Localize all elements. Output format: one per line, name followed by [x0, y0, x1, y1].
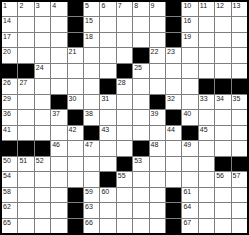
clue-number-43: 43 — [101, 126, 109, 134]
white-cell-r3c10[interactable] — [150, 33, 165, 47]
white-cell-r10c5[interactable] — [68, 141, 83, 155]
clue-number-60: 60 — [101, 188, 109, 196]
white-cell-r5c13[interactable] — [199, 64, 214, 78]
white-cell-r2c14[interactable] — [215, 17, 230, 31]
white-cell-r13c6[interactable]: 59 — [84, 188, 99, 202]
white-cell-r2c7[interactable] — [100, 17, 115, 31]
clue-number-3: 3 — [36, 2, 40, 10]
clue-number-32: 32 — [167, 95, 175, 103]
white-cell-r12c6[interactable] — [84, 172, 99, 186]
white-cell-r9c2[interactable] — [18, 126, 33, 140]
white-cell-r8c8[interactable] — [117, 110, 132, 124]
clue-number-49: 49 — [183, 141, 191, 149]
white-cell-r9c11[interactable]: 44 — [166, 126, 181, 140]
white-cell-r13c3[interactable] — [35, 188, 50, 202]
white-cell-r2c2[interactable] — [18, 17, 33, 31]
clue-number-25: 25 — [134, 64, 142, 72]
white-cell-r13c14[interactable] — [215, 188, 230, 202]
black-cell-r10c3 — [35, 141, 50, 155]
white-cell-r5c4[interactable] — [51, 64, 66, 78]
white-cell-r4c14[interactable] — [215, 48, 230, 62]
white-cell-r9c5[interactable]: 42 — [68, 126, 83, 140]
white-cell-r14c6[interactable]: 63 — [84, 203, 99, 217]
white-cell-r7c9[interactable] — [133, 95, 148, 109]
white-cell-r5c12[interactable] — [182, 64, 197, 78]
white-cell-r13c9[interactable] — [133, 188, 148, 202]
white-cell-r2c13[interactable] — [199, 17, 214, 31]
black-cell-r1c5 — [68, 2, 83, 16]
white-cell-r3c2[interactable] — [18, 33, 33, 47]
white-cell-r8c13[interactable] — [199, 110, 214, 124]
white-cell-r6c11[interactable] — [166, 79, 181, 93]
white-cell-r5c6[interactable] — [84, 64, 99, 78]
black-cell-r15c5 — [68, 219, 83, 233]
clue-number-39: 39 — [151, 110, 159, 118]
white-cell-r13c2[interactable] — [18, 188, 33, 202]
white-cell-r14c2[interactable] — [18, 203, 33, 217]
white-cell-r2c4[interactable] — [51, 17, 66, 31]
clue-number-61: 61 — [183, 188, 191, 196]
white-cell-r13c8[interactable] — [117, 188, 132, 202]
black-cell-r7c10 — [150, 95, 165, 109]
crossword-grid: 1234567891011121314151617181920212223242… — [0, 0, 249, 235]
clue-number-45: 45 — [200, 126, 208, 134]
black-cell-r5c2 — [18, 64, 33, 78]
white-cell-r4c7[interactable] — [100, 48, 115, 62]
white-cell-r7c13[interactable]: 33 — [199, 95, 214, 109]
clue-number-67: 67 — [183, 219, 191, 227]
white-cell-r1c15[interactable]: 13 — [232, 2, 247, 16]
white-cell-r3c12[interactable]: 19 — [182, 33, 197, 47]
black-cell-r2c11 — [166, 17, 181, 31]
clue-number-48: 48 — [151, 141, 159, 149]
white-cell-r10c8[interactable] — [117, 141, 132, 155]
white-cell-r8c14[interactable] — [215, 110, 230, 124]
white-cell-r9c9[interactable] — [133, 126, 148, 140]
clue-number-22: 22 — [151, 48, 159, 56]
white-cell-r5c10[interactable] — [150, 64, 165, 78]
clue-number-29: 29 — [3, 95, 11, 103]
white-cell-r6c9[interactable] — [133, 79, 148, 93]
white-cell-r4c15[interactable] — [232, 48, 247, 62]
white-cell-r14c12[interactable]: 64 — [182, 203, 197, 217]
white-cell-r12c11[interactable] — [166, 172, 181, 186]
clue-number-51: 51 — [19, 157, 27, 165]
black-cell-r1c11 — [166, 2, 181, 16]
white-cell-r4c6[interactable] — [84, 48, 99, 62]
white-cell-r10c12[interactable]: 49 — [182, 141, 197, 155]
clue-number-13: 13 — [233, 2, 241, 10]
white-cell-r14c1[interactable]: 62 — [2, 203, 17, 217]
clue-number-23: 23 — [167, 48, 175, 56]
white-cell-r7c2[interactable] — [18, 95, 33, 109]
clue-number-2: 2 — [19, 2, 23, 10]
white-cell-r13c1[interactable]: 58 — [2, 188, 17, 202]
white-cell-r10c4[interactable]: 46 — [51, 141, 66, 155]
clue-number-9: 9 — [151, 2, 155, 10]
white-cell-r10c6[interactable]: 47 — [84, 141, 99, 155]
clue-number-46: 46 — [52, 141, 60, 149]
white-cell-r2c8[interactable] — [117, 17, 132, 31]
black-cell-r4c9 — [133, 48, 148, 62]
white-cell-r8c6[interactable]: 38 — [84, 110, 99, 124]
white-cell-r8c10[interactable]: 39 — [150, 110, 165, 124]
clue-number-20: 20 — [3, 48, 11, 56]
clue-number-15: 15 — [85, 17, 93, 25]
white-cell-r7c7[interactable]: 31 — [100, 95, 115, 109]
white-cell-r2c6[interactable]: 15 — [84, 17, 99, 31]
white-cell-r4c13[interactable] — [199, 48, 214, 62]
black-cell-r3c11 — [166, 33, 181, 47]
white-cell-r15c14[interactable] — [215, 219, 230, 233]
white-cell-r11c5[interactable] — [68, 157, 83, 171]
white-cell-r1c13[interactable]: 11 — [199, 2, 214, 16]
white-cell-r14c10[interactable] — [150, 203, 165, 217]
white-cell-r11c1[interactable]: 50 — [2, 157, 17, 171]
white-cell-r8c1[interactable]: 36 — [2, 110, 17, 124]
clue-number-41: 41 — [3, 126, 11, 134]
white-cell-r7c1[interactable]: 29 — [2, 95, 17, 109]
clue-number-17: 17 — [3, 33, 11, 41]
white-cell-r3c15[interactable] — [232, 33, 247, 47]
clue-number-56: 56 — [216, 172, 224, 180]
white-cell-r15c13[interactable] — [199, 219, 214, 233]
white-cell-r12c9[interactable] — [133, 172, 148, 186]
white-cell-r4c3[interactable] — [35, 48, 50, 62]
white-cell-r10c7[interactable] — [100, 141, 115, 155]
clue-number-12: 12 — [216, 2, 224, 10]
white-cell-r2c15[interactable] — [232, 17, 247, 31]
white-cell-r3c7[interactable] — [100, 33, 115, 47]
white-cell-r12c14[interactable]: 56 — [215, 172, 230, 186]
white-cell-r15c2[interactable] — [18, 219, 33, 233]
clue-number-1: 1 — [3, 2, 7, 10]
white-cell-r11c9[interactable]: 53 — [133, 157, 148, 171]
white-cell-r4c1[interactable]: 20 — [2, 48, 17, 62]
white-cell-r7c5[interactable]: 30 — [68, 95, 83, 109]
white-cell-r9c13[interactable]: 45 — [199, 126, 214, 140]
white-cell-r8c4[interactable]: 37 — [51, 110, 66, 124]
white-cell-r1c12[interactable]: 10 — [182, 2, 197, 16]
clue-number-5: 5 — [85, 2, 89, 10]
clue-number-21: 21 — [69, 48, 77, 56]
white-cell-r11c6[interactable] — [84, 157, 99, 171]
clue-number-24: 24 — [36, 64, 44, 72]
black-cell-r9c6 — [84, 126, 99, 140]
white-cell-r12c5[interactable] — [68, 172, 83, 186]
white-cell-r15c8[interactable] — [117, 219, 132, 233]
black-cell-r14c5 — [68, 203, 83, 217]
clue-number-42: 42 — [69, 126, 77, 134]
white-cell-r2c9[interactable] — [133, 17, 148, 31]
white-cell-r8c7[interactable] — [100, 110, 115, 124]
white-cell-r3c4[interactable] — [51, 33, 66, 47]
white-cell-r6c6[interactable] — [84, 79, 99, 93]
black-cell-r9c12 — [182, 126, 197, 140]
white-cell-r7c11[interactable]: 32 — [166, 95, 181, 109]
clue-number-18: 18 — [85, 33, 93, 41]
white-cell-r6c8[interactable]: 28 — [117, 79, 132, 93]
clue-number-34: 34 — [216, 95, 224, 103]
black-cell-r5c1 — [2, 64, 17, 78]
black-cell-r11c14 — [215, 157, 230, 171]
black-cell-r6c7 — [100, 79, 115, 93]
white-cell-r14c3[interactable] — [35, 203, 50, 217]
black-cell-r12c7 — [100, 172, 115, 186]
white-cell-r6c2[interactable]: 27 — [18, 79, 33, 93]
white-cell-r8c15[interactable] — [232, 110, 247, 124]
white-cell-r5c15[interactable] — [232, 64, 247, 78]
clue-number-58: 58 — [3, 188, 11, 196]
white-cell-r4c4[interactable] — [51, 48, 66, 62]
white-cell-r5c14[interactable] — [215, 64, 230, 78]
white-cell-r10c14[interactable] — [215, 141, 230, 155]
clue-number-55: 55 — [118, 172, 126, 180]
white-cell-r4c5[interactable]: 21 — [68, 48, 83, 62]
white-cell-r5c9[interactable]: 25 — [133, 64, 148, 78]
white-cell-r12c2[interactable] — [18, 172, 33, 186]
white-cell-r12c4[interactable] — [51, 172, 66, 186]
white-cell-r13c13[interactable] — [199, 188, 214, 202]
white-cell-r2c10[interactable] — [150, 17, 165, 31]
clue-number-35: 35 — [233, 95, 241, 103]
white-cell-r14c13[interactable] — [199, 203, 214, 217]
white-cell-r8c9[interactable] — [133, 110, 148, 124]
white-cell-r15c10[interactable] — [150, 219, 165, 233]
white-cell-r13c15[interactable] — [232, 188, 247, 202]
white-cell-r9c3[interactable] — [35, 126, 50, 140]
white-cell-r7c12[interactable] — [182, 95, 197, 109]
clue-number-62: 62 — [3, 203, 11, 211]
black-cell-r11c8 — [117, 157, 132, 171]
white-cell-r6c5[interactable] — [68, 79, 83, 93]
clue-number-14: 14 — [3, 17, 11, 25]
white-cell-r1c1[interactable]: 1 — [2, 2, 17, 16]
white-cell-r11c4[interactable] — [51, 157, 66, 171]
white-cell-r1c6[interactable]: 5 — [84, 2, 99, 16]
white-cell-r13c7[interactable]: 60 — [100, 188, 115, 202]
black-cell-r6c14 — [215, 79, 230, 93]
white-cell-r8c3[interactable] — [35, 110, 50, 124]
white-cell-r3c13[interactable] — [199, 33, 214, 47]
clue-number-50: 50 — [3, 157, 11, 165]
clue-number-54: 54 — [3, 172, 11, 180]
white-cell-r14c8[interactable] — [117, 203, 132, 217]
white-cell-r4c11[interactable]: 23 — [166, 48, 181, 62]
white-cell-r8c2[interactable] — [18, 110, 33, 124]
white-cell-r3c3[interactable] — [35, 33, 50, 47]
black-cell-r14c11 — [166, 203, 181, 217]
black-cell-r7c4 — [51, 95, 66, 109]
white-cell-r1c2[interactable]: 2 — [18, 2, 33, 16]
clue-number-40: 40 — [183, 110, 191, 118]
white-cell-r10c13[interactable] — [199, 141, 214, 155]
white-cell-r6c3[interactable] — [35, 79, 50, 93]
white-cell-r7c6[interactable] — [84, 95, 99, 109]
white-cell-r12c12[interactable] — [182, 172, 197, 186]
white-cell-r5c7[interactable] — [100, 64, 115, 78]
clue-number-57: 57 — [233, 172, 241, 180]
clue-number-33: 33 — [200, 95, 208, 103]
clue-number-66: 66 — [85, 219, 93, 227]
clue-number-64: 64 — [183, 203, 191, 211]
black-cell-r8c11 — [166, 110, 181, 124]
black-cell-r15c11 — [166, 219, 181, 233]
white-cell-r4c8[interactable] — [117, 48, 132, 62]
white-cell-r15c12[interactable]: 67 — [182, 219, 197, 233]
white-cell-r11c11[interactable] — [166, 157, 181, 171]
white-cell-r12c15[interactable]: 57 — [232, 172, 247, 186]
white-cell-r6c10[interactable] — [150, 79, 165, 93]
white-cell-r14c15[interactable] — [232, 203, 247, 217]
clue-number-53: 53 — [134, 157, 142, 165]
white-cell-r12c13[interactable] — [199, 172, 214, 186]
white-cell-r9c14[interactable] — [215, 126, 230, 140]
black-cell-r10c2 — [18, 141, 33, 155]
clue-number-44: 44 — [167, 126, 175, 134]
white-cell-r11c13[interactable] — [199, 157, 214, 171]
white-cell-r14c4[interactable] — [51, 203, 66, 217]
white-cell-r1c7[interactable]: 6 — [100, 2, 115, 16]
black-cell-r13c5 — [68, 188, 83, 202]
clue-number-11: 11 — [200, 2, 207, 10]
black-cell-r3c5 — [68, 33, 83, 47]
white-cell-r3c1[interactable]: 17 — [2, 33, 17, 47]
white-cell-r1c4[interactable]: 4 — [51, 2, 66, 16]
white-cell-r1c9[interactable]: 8 — [133, 2, 148, 16]
white-cell-r10c15[interactable] — [232, 141, 247, 155]
white-cell-r9c7[interactable]: 43 — [100, 126, 115, 140]
white-cell-r7c14[interactable]: 34 — [215, 95, 230, 109]
white-cell-r1c10[interactable]: 9 — [150, 2, 165, 16]
white-cell-r6c12[interactable] — [182, 79, 197, 93]
clue-number-59: 59 — [85, 188, 93, 196]
white-cell-r3c6[interactable]: 18 — [84, 33, 99, 47]
black-cell-r13c11 — [166, 188, 181, 202]
white-cell-r3c14[interactable] — [215, 33, 230, 47]
white-cell-r9c10[interactable] — [150, 126, 165, 140]
clue-number-36: 36 — [3, 110, 11, 118]
white-cell-r15c4[interactable] — [51, 219, 66, 233]
clue-number-37: 37 — [52, 110, 60, 118]
white-cell-r9c8[interactable] — [117, 126, 132, 140]
white-cell-r1c14[interactable]: 12 — [215, 2, 230, 16]
clue-number-19: 19 — [183, 33, 191, 41]
white-cell-r10c10[interactable]: 48 — [150, 141, 165, 155]
white-cell-r15c6[interactable]: 66 — [84, 219, 99, 233]
black-cell-r6c13 — [199, 79, 214, 93]
black-cell-r11c15 — [232, 157, 247, 171]
clue-number-47: 47 — [85, 141, 93, 149]
clue-number-27: 27 — [19, 79, 27, 87]
black-cell-r5c8 — [117, 64, 132, 78]
black-cell-r2c5 — [68, 17, 83, 31]
white-cell-r8c12[interactable]: 40 — [182, 110, 197, 124]
white-cell-r2c3[interactable] — [35, 17, 50, 31]
black-cell-r6c15 — [232, 79, 247, 93]
white-cell-r13c4[interactable] — [51, 188, 66, 202]
white-cell-r13c10[interactable] — [150, 188, 165, 202]
white-cell-r14c14[interactable] — [215, 203, 230, 217]
clue-number-6: 6 — [101, 2, 105, 10]
white-cell-r5c5[interactable] — [68, 64, 83, 78]
clue-number-26: 26 — [3, 79, 11, 87]
clue-number-10: 10 — [183, 2, 191, 10]
clue-number-28: 28 — [118, 79, 126, 87]
white-cell-r9c1[interactable]: 41 — [2, 126, 17, 140]
white-cell-r14c7[interactable] — [100, 203, 115, 217]
white-cell-r11c10[interactable] — [150, 157, 165, 171]
clue-number-52: 52 — [36, 157, 44, 165]
black-cell-r10c9 — [133, 141, 148, 155]
white-cell-r4c12[interactable] — [182, 48, 197, 62]
black-cell-r8c5 — [68, 110, 83, 124]
white-cell-r2c12[interactable]: 16 — [182, 17, 197, 31]
white-cell-r10c11[interactable] — [166, 141, 181, 155]
white-cell-r14c9[interactable] — [133, 203, 148, 217]
white-cell-r9c4[interactable] — [51, 126, 66, 140]
white-cell-r11c12[interactable] — [182, 157, 197, 171]
white-cell-r5c3[interactable]: 24 — [35, 64, 50, 78]
white-cell-r12c8[interactable]: 55 — [117, 172, 132, 186]
white-cell-r15c7[interactable] — [100, 219, 115, 233]
white-cell-r12c1[interactable]: 54 — [2, 172, 17, 186]
white-cell-r11c2[interactable]: 51 — [18, 157, 33, 171]
white-cell-r11c3[interactable]: 52 — [35, 157, 50, 171]
clue-number-30: 30 — [69, 95, 77, 103]
white-cell-r7c15[interactable]: 35 — [232, 95, 247, 109]
white-cell-r15c1[interactable]: 65 — [2, 219, 17, 233]
white-cell-r12c10[interactable] — [150, 172, 165, 186]
white-cell-r4c10[interactable]: 22 — [150, 48, 165, 62]
white-cell-r2c1[interactable]: 14 — [2, 17, 17, 31]
black-cell-r10c1 — [2, 141, 17, 155]
white-cell-r1c8[interactable]: 7 — [117, 2, 132, 16]
white-cell-r13c12[interactable]: 61 — [182, 188, 197, 202]
white-cell-r15c9[interactable] — [133, 219, 148, 233]
white-cell-r7c3[interactable] — [35, 95, 50, 109]
white-cell-r7c8[interactable] — [117, 95, 132, 109]
white-cell-r3c8[interactable] — [117, 33, 132, 47]
white-cell-r1c3[interactable]: 3 — [35, 2, 50, 16]
clue-number-8: 8 — [134, 2, 138, 10]
white-cell-r15c3[interactable] — [35, 219, 50, 233]
clue-number-4: 4 — [52, 2, 56, 10]
white-cell-r15c15[interactable] — [232, 219, 247, 233]
white-cell-r12c3[interactable] — [35, 172, 50, 186]
clue-number-16: 16 — [183, 17, 191, 25]
clue-number-38: 38 — [85, 110, 93, 118]
white-cell-r5c11[interactable] — [166, 64, 181, 78]
clue-number-7: 7 — [118, 2, 122, 10]
white-cell-r3c9[interactable] — [133, 33, 148, 47]
clue-number-63: 63 — [85, 203, 93, 211]
white-cell-r6c1[interactable]: 26 — [2, 79, 17, 93]
white-cell-r11c7[interactable] — [100, 157, 115, 171]
white-cell-r9c15[interactable] — [232, 126, 247, 140]
clue-number-31: 31 — [101, 95, 109, 103]
white-cell-r4c2[interactable] — [18, 48, 33, 62]
white-cell-r6c4[interactable] — [51, 79, 66, 93]
clue-number-65: 65 — [3, 219, 11, 227]
